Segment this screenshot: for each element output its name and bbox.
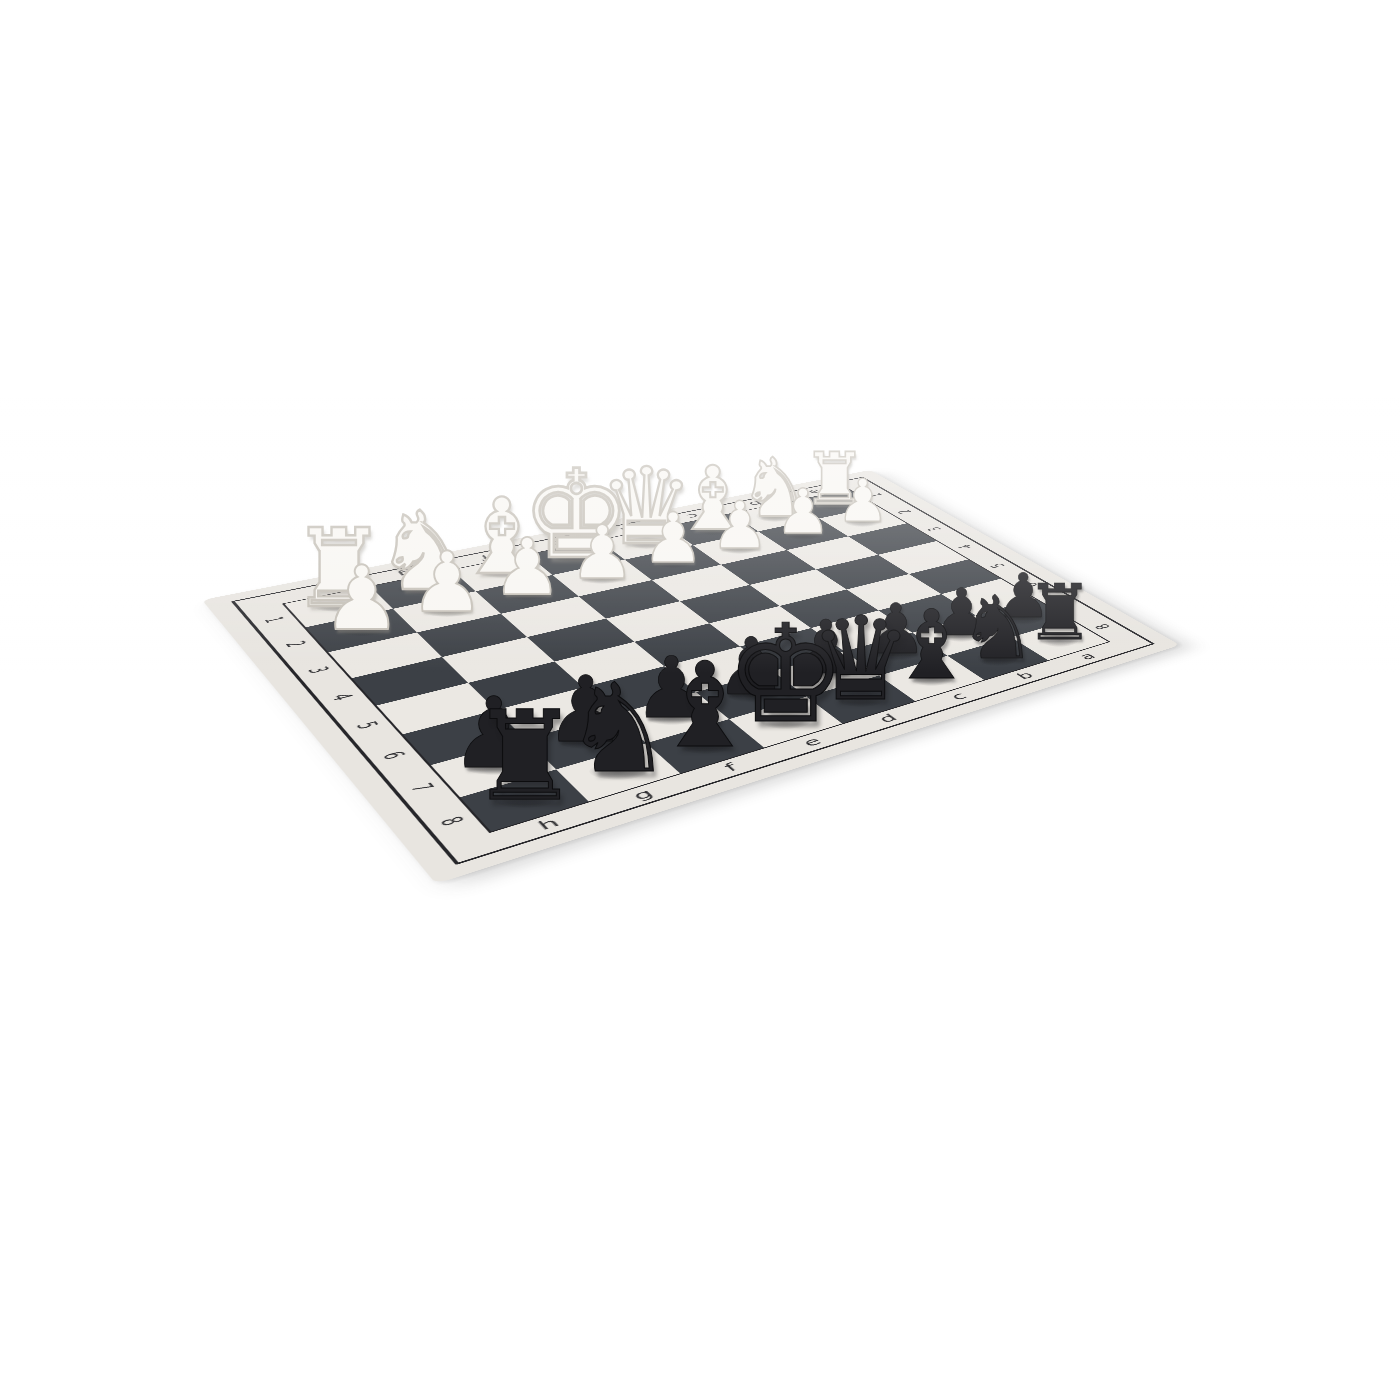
chess-board: 1122334455667788hhggffeeddccbbaa [202,470,1180,884]
chess-set-photo: 1122334455667788hhggffeeddccbbaa ♜♞♝♚♛♝♞… [0,0,1400,1400]
